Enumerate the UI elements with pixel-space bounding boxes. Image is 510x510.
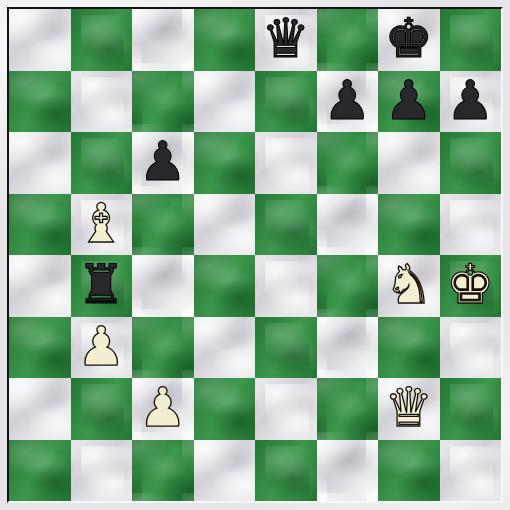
square-c6[interactable]: ♟: [132, 132, 194, 194]
square-g3[interactable]: [378, 317, 440, 379]
board-frame: ♛♚♟♟♟♟♝♜♞♚♟♟♛: [0, 0, 510, 510]
square-a7[interactable]: [9, 71, 71, 133]
square-d4[interactable]: [194, 255, 256, 317]
square-g5[interactable]: [378, 194, 440, 256]
square-d8[interactable]: [194, 9, 256, 71]
square-g4[interactable]: ♞: [378, 255, 440, 317]
white-pawn-b3[interactable]: ♟: [77, 317, 125, 378]
black-pawn-g7[interactable]: ♟: [385, 71, 433, 132]
white-queen-g2[interactable]: ♛: [385, 378, 433, 439]
square-h3[interactable]: [440, 317, 502, 379]
square-e4[interactable]: [255, 255, 317, 317]
square-e1[interactable]: [255, 440, 317, 502]
square-c1[interactable]: [132, 440, 194, 502]
square-h8[interactable]: [440, 9, 502, 71]
square-d7[interactable]: [194, 71, 256, 133]
chess-board: ♛♚♟♟♟♟♝♜♞♚♟♟♛: [7, 7, 503, 503]
square-b5[interactable]: ♝: [71, 194, 133, 256]
square-c5[interactable]: [132, 194, 194, 256]
square-f4[interactable]: [317, 255, 379, 317]
square-h6[interactable]: [440, 132, 502, 194]
square-a6[interactable]: [9, 132, 71, 194]
square-g1[interactable]: [378, 440, 440, 502]
white-knight-g4[interactable]: ♞: [385, 255, 433, 316]
square-e3[interactable]: [255, 317, 317, 379]
square-h2[interactable]: [440, 378, 502, 440]
square-b7[interactable]: [71, 71, 133, 133]
square-h1[interactable]: [440, 440, 502, 502]
square-e8[interactable]: ♛: [255, 9, 317, 71]
square-b2[interactable]: [71, 378, 133, 440]
square-g7[interactable]: ♟: [378, 71, 440, 133]
square-b1[interactable]: [71, 440, 133, 502]
square-c4[interactable]: [132, 255, 194, 317]
square-b6[interactable]: [71, 132, 133, 194]
black-rook-b4[interactable]: ♜: [77, 255, 125, 316]
square-f7[interactable]: ♟: [317, 71, 379, 133]
square-a3[interactable]: [9, 317, 71, 379]
square-d3[interactable]: [194, 317, 256, 379]
black-pawn-c6[interactable]: ♟: [139, 132, 187, 193]
square-c7[interactable]: [132, 71, 194, 133]
white-king-h4[interactable]: ♚: [446, 255, 494, 316]
square-f8[interactable]: [317, 9, 379, 71]
square-c8[interactable]: [132, 9, 194, 71]
square-f5[interactable]: [317, 194, 379, 256]
square-g8[interactable]: ♚: [378, 9, 440, 71]
square-f2[interactable]: [317, 378, 379, 440]
square-c2[interactable]: ♟: [132, 378, 194, 440]
square-e2[interactable]: [255, 378, 317, 440]
square-f3[interactable]: [317, 317, 379, 379]
black-queen-e8[interactable]: ♛: [262, 9, 310, 70]
square-e7[interactable]: [255, 71, 317, 133]
square-e6[interactable]: [255, 132, 317, 194]
square-g2[interactable]: ♛: [378, 378, 440, 440]
square-c3[interactable]: [132, 317, 194, 379]
square-h4[interactable]: ♚: [440, 255, 502, 317]
square-b3[interactable]: ♟: [71, 317, 133, 379]
square-e5[interactable]: [255, 194, 317, 256]
square-a4[interactable]: [9, 255, 71, 317]
square-d5[interactable]: [194, 194, 256, 256]
black-pawn-f7[interactable]: ♟: [323, 71, 371, 132]
square-d6[interactable]: [194, 132, 256, 194]
square-a1[interactable]: [9, 440, 71, 502]
square-a5[interactable]: [9, 194, 71, 256]
black-king-g8[interactable]: ♚: [385, 9, 433, 70]
white-pawn-c2[interactable]: ♟: [139, 378, 187, 439]
white-bishop-b5[interactable]: ♝: [77, 194, 125, 255]
square-f6[interactable]: [317, 132, 379, 194]
square-g6[interactable]: [378, 132, 440, 194]
black-pawn-h7[interactable]: ♟: [446, 71, 494, 132]
square-d1[interactable]: [194, 440, 256, 502]
square-a8[interactable]: [9, 9, 71, 71]
square-h7[interactable]: ♟: [440, 71, 502, 133]
square-a2[interactable]: [9, 378, 71, 440]
square-f1[interactable]: [317, 440, 379, 502]
square-b4[interactable]: ♜: [71, 255, 133, 317]
square-b8[interactable]: [71, 9, 133, 71]
square-d2[interactable]: [194, 378, 256, 440]
square-h5[interactable]: [440, 194, 502, 256]
